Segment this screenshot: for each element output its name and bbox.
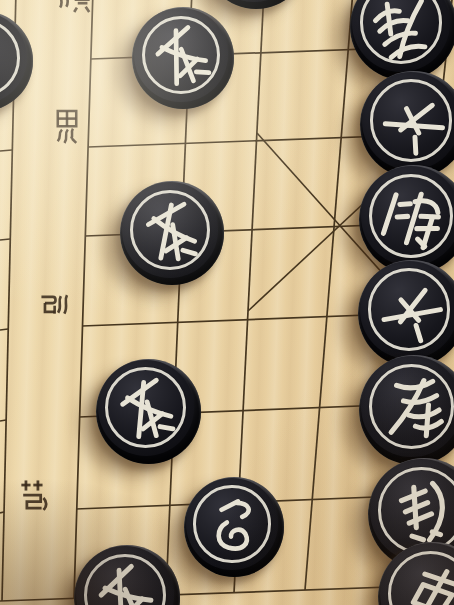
board-photo <box>0 0 454 605</box>
piece-black-soldier-file3[interactable] <box>132 7 234 109</box>
piece-black-soldier-file5[interactable] <box>120 181 224 285</box>
piece-character-象 <box>375 371 453 449</box>
piece-black-advisor-file6[interactable] <box>358 260 454 367</box>
piece-character-將 <box>370 176 454 261</box>
piece-character-包 <box>198 491 271 564</box>
piece-black-soldier-file7[interactable] <box>96 359 201 464</box>
piece-black-cannon-file8[interactable] <box>184 477 284 577</box>
